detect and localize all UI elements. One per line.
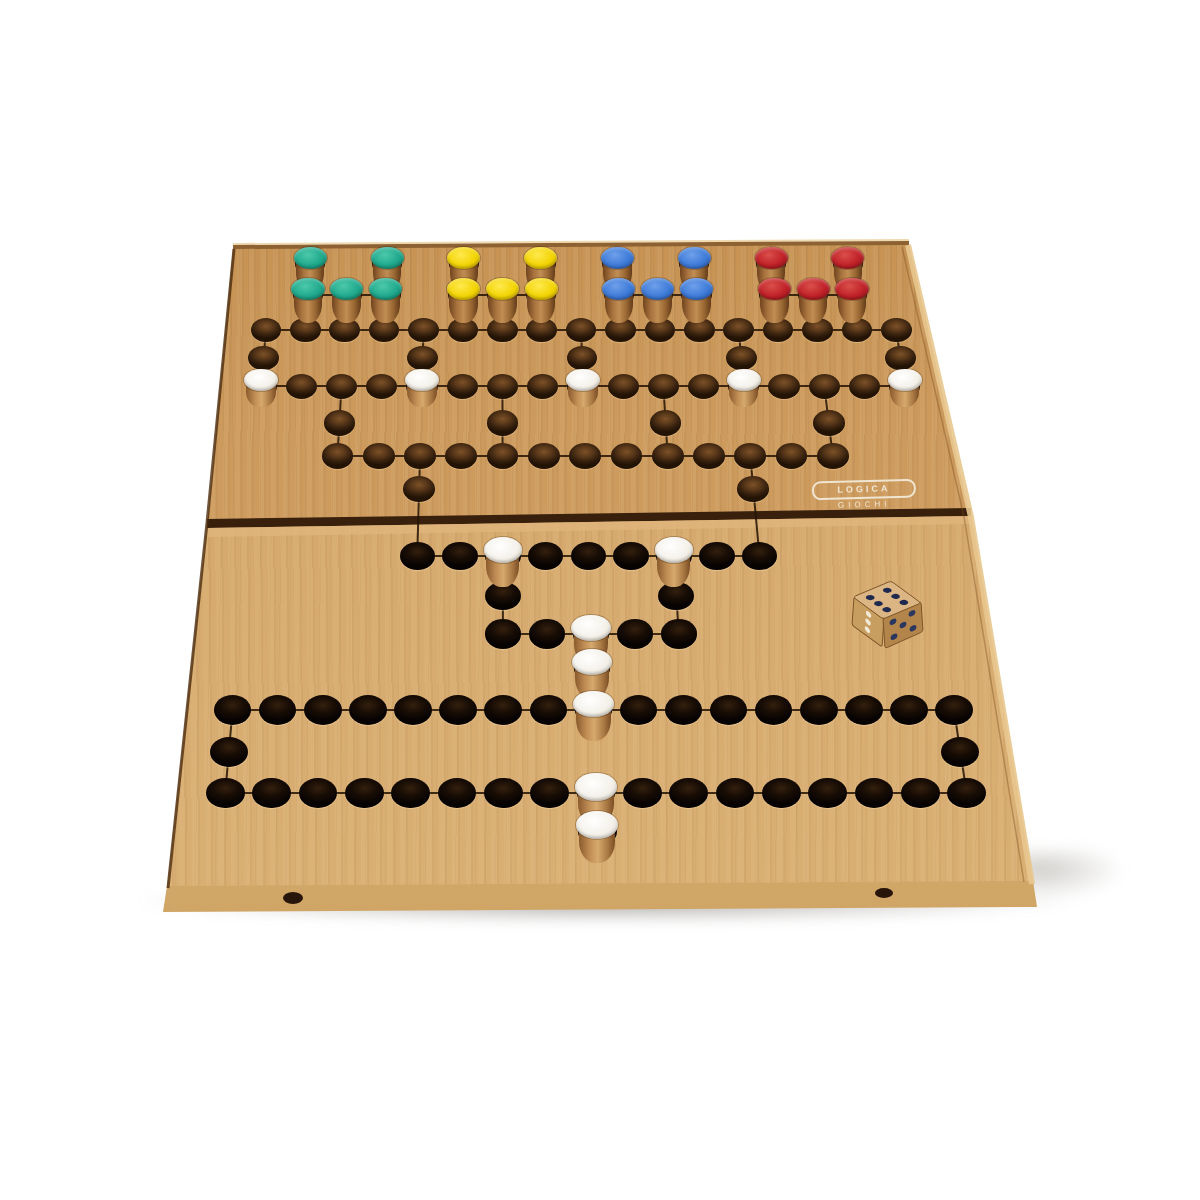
die[interactable] — [852, 581, 923, 649]
die-layer — [0, 0, 1200, 1200]
barricade-board-photo: LOGICA GIOCHI — [0, 0, 1200, 1200]
